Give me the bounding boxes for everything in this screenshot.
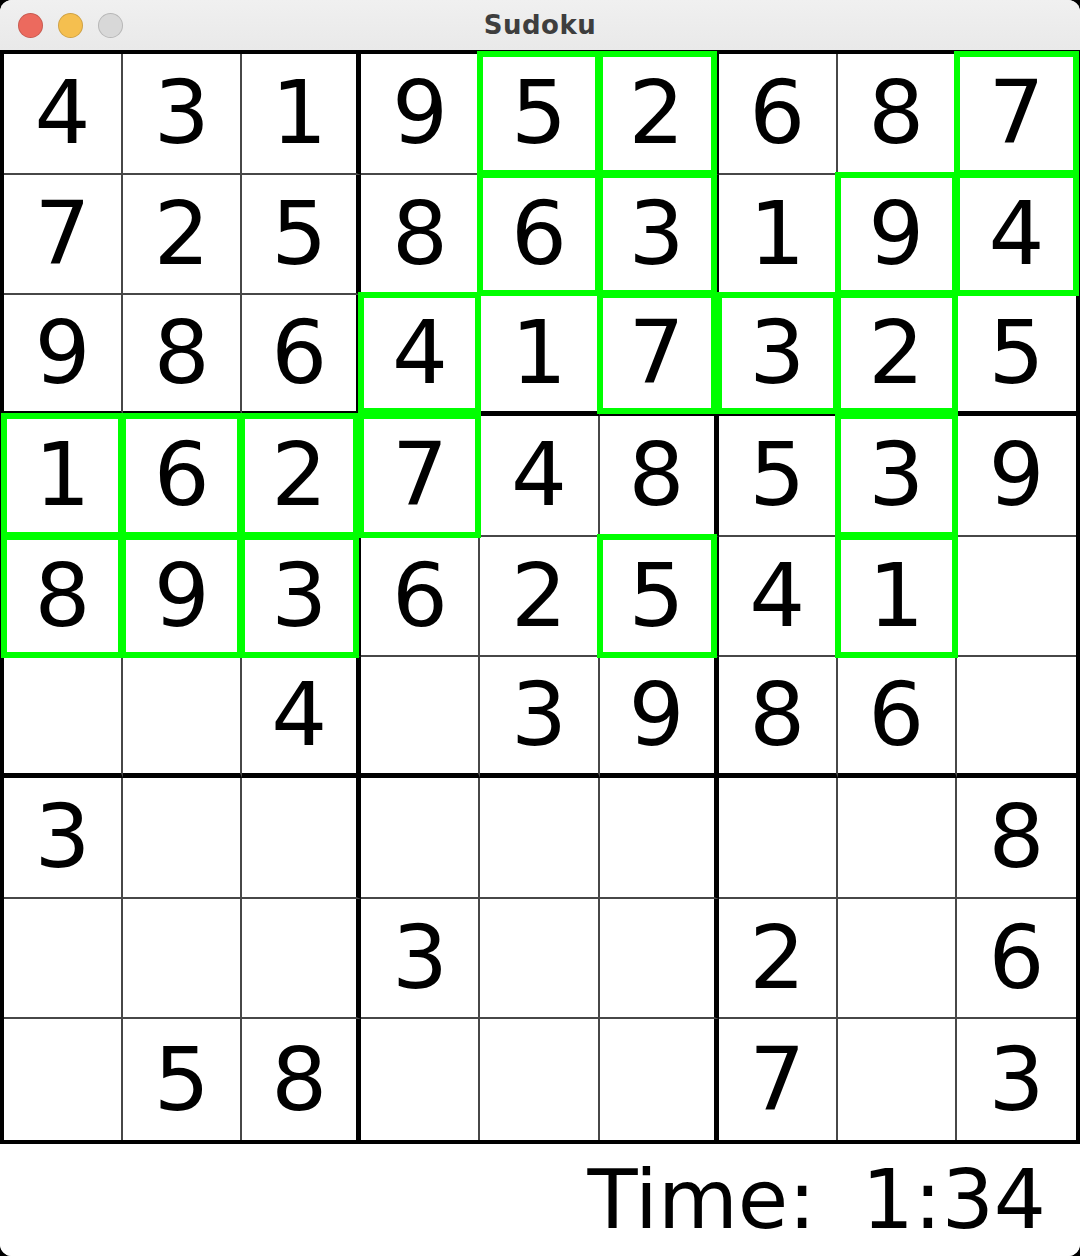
cell-r6c9[interactable]: [957, 657, 1076, 778]
window-title: Sudoku: [0, 10, 1080, 40]
minimize-button[interactable]: [58, 13, 83, 38]
cell-r2c7[interactable]: 1: [719, 175, 838, 296]
cell-r6c3[interactable]: 4: [242, 657, 361, 778]
cell-r5c3[interactable]: 3: [242, 537, 361, 658]
cell-r5c4[interactable]: 6: [361, 537, 480, 658]
cell-r4c2[interactable]: 6: [123, 416, 242, 537]
cell-r8c1[interactable]: [4, 899, 123, 1020]
cell-r8c4[interactable]: 3: [361, 899, 480, 1020]
cell-r5c9[interactable]: [957, 537, 1076, 658]
cell-r5c7[interactable]: 4: [719, 537, 838, 658]
cell-r3c4[interactable]: 4: [361, 295, 480, 416]
cell-r4c5[interactable]: 4: [480, 416, 599, 537]
cell-r6c7[interactable]: 8: [719, 657, 838, 778]
cell-r7c3[interactable]: [242, 778, 361, 899]
cell-r5c5[interactable]: 2: [480, 537, 599, 658]
cell-r7c2[interactable]: [123, 778, 242, 899]
cell-r1c1[interactable]: 4: [4, 54, 123, 175]
timer-label: Time:: [588, 1159, 816, 1241]
cell-r1c4[interactable]: 9: [361, 54, 480, 175]
cell-r2c8[interactable]: 9: [838, 175, 957, 296]
cell-r4c6[interactable]: 8: [600, 416, 719, 537]
cell-r7c8[interactable]: [838, 778, 957, 899]
timer-value: 1:34: [862, 1159, 1046, 1241]
cell-r1c5[interactable]: 5: [480, 54, 599, 175]
cell-r3c8[interactable]: 2: [838, 295, 957, 416]
cell-r4c8[interactable]: 3: [838, 416, 957, 537]
cell-r3c2[interactable]: 8: [123, 295, 242, 416]
cell-r9c4[interactable]: [361, 1019, 480, 1140]
cell-r6c4[interactable]: [361, 657, 480, 778]
cell-r9c1[interactable]: [4, 1019, 123, 1140]
cell-r1c7[interactable]: 6: [719, 54, 838, 175]
cell-r9c3[interactable]: 8: [242, 1019, 361, 1140]
cell-r8c9[interactable]: 6: [957, 899, 1076, 1020]
cell-r2c1[interactable]: 7: [4, 175, 123, 296]
cell-r2c3[interactable]: 5: [242, 175, 361, 296]
cell-r7c9[interactable]: 8: [957, 778, 1076, 899]
sudoku-window: Sudoku 431952687725863194986417325162748…: [0, 0, 1080, 1256]
cell-r4c4[interactable]: 7: [361, 416, 480, 537]
cell-r6c6[interactable]: 9: [600, 657, 719, 778]
cell-r8c2[interactable]: [123, 899, 242, 1020]
title-bar: Sudoku: [0, 0, 1080, 50]
cell-r8c8[interactable]: [838, 899, 957, 1020]
cell-r4c1[interactable]: 1: [4, 416, 123, 537]
cell-r3c3[interactable]: 6: [242, 295, 361, 416]
cell-r7c5[interactable]: [480, 778, 599, 899]
cell-r5c6[interactable]: 5: [600, 537, 719, 658]
cell-r2c6[interactable]: 3: [600, 175, 719, 296]
cell-r1c8[interactable]: 8: [838, 54, 957, 175]
close-button[interactable]: [18, 13, 43, 38]
cell-r8c5[interactable]: [480, 899, 599, 1020]
cell-r4c3[interactable]: 2: [242, 416, 361, 537]
cell-r2c2[interactable]: 2: [123, 175, 242, 296]
sudoku-board: 4319526877258631949864173251627485398936…: [0, 50, 1080, 1144]
cell-r6c8[interactable]: 6: [838, 657, 957, 778]
cell-r7c7[interactable]: [719, 778, 838, 899]
cell-r4c7[interactable]: 5: [719, 416, 838, 537]
cell-r7c4[interactable]: [361, 778, 480, 899]
cell-r8c6[interactable]: [600, 899, 719, 1020]
cell-r3c6[interactable]: 7: [600, 295, 719, 416]
cell-r1c9[interactable]: 7: [957, 54, 1076, 175]
cell-r1c6[interactable]: 2: [600, 54, 719, 175]
cell-r9c5[interactable]: [480, 1019, 599, 1140]
cell-r9c6[interactable]: [600, 1019, 719, 1140]
cell-r3c7[interactable]: 3: [719, 295, 838, 416]
cell-r6c1[interactable]: [4, 657, 123, 778]
status-bar: Time: 1:34: [0, 1144, 1080, 1256]
cell-r9c8[interactable]: [838, 1019, 957, 1140]
cell-r1c2[interactable]: 3: [123, 54, 242, 175]
cell-r3c1[interactable]: 9: [4, 295, 123, 416]
cell-r5c2[interactable]: 9: [123, 537, 242, 658]
cell-r4c9[interactable]: 9: [957, 416, 1076, 537]
cell-r3c5[interactable]: 1: [480, 295, 599, 416]
cell-r9c7[interactable]: 7: [719, 1019, 838, 1140]
cell-r3c9[interactable]: 5: [957, 295, 1076, 416]
cell-r7c1[interactable]: 3: [4, 778, 123, 899]
cell-r6c2[interactable]: [123, 657, 242, 778]
cell-r2c9[interactable]: 4: [957, 175, 1076, 296]
cell-r5c1[interactable]: 8: [4, 537, 123, 658]
zoom-button[interactable]: [98, 13, 123, 38]
cell-r5c8[interactable]: 1: [838, 537, 957, 658]
cell-r1c3[interactable]: 1: [242, 54, 361, 175]
cell-r2c4[interactable]: 8: [361, 175, 480, 296]
cell-r8c7[interactable]: 2: [719, 899, 838, 1020]
cell-r2c5[interactable]: 6: [480, 175, 599, 296]
cell-r9c9[interactable]: 3: [957, 1019, 1076, 1140]
traffic-lights: [18, 0, 123, 50]
cell-r6c5[interactable]: 3: [480, 657, 599, 778]
cell-r9c2[interactable]: 5: [123, 1019, 242, 1140]
cell-r7c6[interactable]: [600, 778, 719, 899]
cell-r8c3[interactable]: [242, 899, 361, 1020]
